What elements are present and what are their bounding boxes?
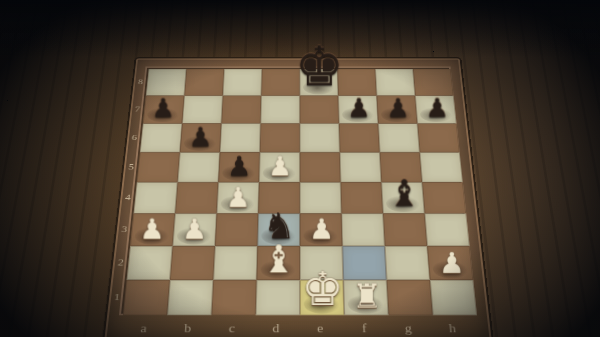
- square-h2[interactable]: ♟: [427, 246, 473, 280]
- black-pawn[interactable]: ♟: [151, 96, 174, 121]
- file-label-b: b: [165, 312, 211, 337]
- black-pawn[interactable]: ♟: [425, 96, 448, 121]
- black-pawn[interactable]: ♟: [227, 154, 251, 180]
- square-g2[interactable]: [385, 246, 430, 280]
- square-a6[interactable]: [140, 123, 182, 152]
- white-pawn[interactable]: ♟: [308, 216, 333, 243]
- square-a4[interactable]: [134, 182, 178, 213]
- square-g3[interactable]: [383, 214, 427, 247]
- square-b8[interactable]: [184, 69, 224, 96]
- black-pawn[interactable]: ♟: [188, 124, 212, 149]
- square-e1[interactable]: ♚: [300, 280, 344, 315]
- square-d6[interactable]: [260, 123, 300, 152]
- square-b5[interactable]: [178, 152, 220, 182]
- square-c3[interactable]: [215, 214, 258, 247]
- square-c8[interactable]: [223, 69, 262, 96]
- file-label-h: h: [429, 312, 476, 337]
- white-pawn[interactable]: ♟: [267, 154, 291, 180]
- square-f1[interactable]: ♜: [343, 280, 388, 315]
- square-c1[interactable]: [211, 280, 256, 315]
- square-d2[interactable]: ♝: [257, 246, 300, 280]
- square-f3[interactable]: [341, 214, 384, 247]
- square-h7[interactable]: ♟: [415, 96, 456, 124]
- file-label-g: g: [385, 312, 431, 337]
- chess-scene: 87654321 abcdefgh ♚♟♟♟♟♟♟♟♟♝♟♟♞♟♝♟♚♜: [0, 0, 600, 337]
- white-bishop[interactable]: ♝: [261, 240, 295, 277]
- square-a1[interactable]: [123, 280, 170, 315]
- square-g8[interactable]: [375, 69, 415, 96]
- square-a3[interactable]: ♟: [130, 214, 175, 247]
- square-c4[interactable]: ♟: [217, 182, 259, 213]
- square-e3[interactable]: ♟: [300, 214, 342, 247]
- board-grid: ♚♟♟♟♟♟♟♟♟♝♟♟♞♟♝♟♚♜: [121, 68, 475, 314]
- square-h6[interactable]: [417, 123, 459, 152]
- white-pawn[interactable]: ♟: [181, 216, 206, 243]
- square-f6[interactable]: [339, 123, 380, 152]
- white-pawn[interactable]: ♟: [139, 216, 164, 243]
- black-bishop[interactable]: ♝: [387, 176, 420, 211]
- black-king[interactable]: ♚: [294, 41, 343, 93]
- file-label-f: f: [342, 312, 387, 337]
- square-b1[interactable]: [167, 280, 213, 315]
- file-label-e: e: [298, 312, 342, 337]
- chess-board: 87654321 abcdefgh ♚♟♟♟♟♟♟♟♟♝♟♟♞♟♝♟♚♜: [102, 57, 494, 337]
- square-f2[interactable]: [342, 246, 386, 280]
- white-pawn[interactable]: ♟: [438, 249, 464, 276]
- square-b6[interactable]: ♟: [180, 123, 221, 152]
- square-c2[interactable]: [213, 246, 257, 280]
- square-g7[interactable]: ♟: [377, 96, 418, 124]
- square-g4[interactable]: ♝: [381, 182, 424, 213]
- file-label-d: d: [254, 312, 298, 337]
- square-e4[interactable]: [300, 182, 342, 213]
- square-g1[interactable]: [387, 280, 433, 315]
- white-rook[interactable]: ♜: [351, 280, 381, 312]
- square-e5[interactable]: [300, 152, 341, 182]
- square-f5[interactable]: [340, 152, 382, 182]
- square-b2[interactable]: [170, 246, 215, 280]
- square-b4[interactable]: [175, 182, 218, 213]
- board-frame: 87654321 abcdefgh ♚♟♟♟♟♟♟♟♟♝♟♟♞♟♝♟♚♜: [102, 57, 494, 337]
- square-g6[interactable]: [378, 123, 420, 152]
- white-pawn[interactable]: ♟: [225, 184, 250, 210]
- square-f7[interactable]: ♟: [338, 96, 378, 124]
- square-a7[interactable]: ♟: [143, 96, 184, 124]
- black-pawn[interactable]: ♟: [347, 96, 370, 121]
- square-d1[interactable]: [256, 280, 300, 315]
- square-d5[interactable]: ♟: [259, 152, 300, 182]
- square-c5[interactable]: ♟: [218, 152, 260, 182]
- square-e7[interactable]: [300, 96, 339, 124]
- square-h8[interactable]: [413, 69, 454, 96]
- square-a2[interactable]: [127, 246, 173, 280]
- file-label-a: a: [120, 312, 167, 337]
- square-a8[interactable]: [146, 69, 187, 96]
- file-labels: abcdefgh: [120, 312, 476, 337]
- square-e6[interactable]: [300, 123, 340, 152]
- square-a5[interactable]: [137, 152, 180, 182]
- square-h1[interactable]: [430, 280, 477, 315]
- black-pawn[interactable]: ♟: [386, 96, 409, 121]
- file-label-c: c: [209, 312, 254, 337]
- square-d7[interactable]: [261, 96, 300, 124]
- square-h5[interactable]: [420, 152, 463, 182]
- square-e8[interactable]: ♚: [300, 69, 339, 96]
- square-c6[interactable]: [220, 123, 261, 152]
- square-h4[interactable]: [422, 182, 466, 213]
- square-b3[interactable]: ♟: [173, 214, 217, 247]
- square-f4[interactable]: [341, 182, 383, 213]
- square-b7[interactable]: [182, 96, 223, 124]
- square-c7[interactable]: [221, 96, 261, 124]
- white-king[interactable]: ♚: [301, 267, 343, 312]
- square-h3[interactable]: [425, 214, 470, 247]
